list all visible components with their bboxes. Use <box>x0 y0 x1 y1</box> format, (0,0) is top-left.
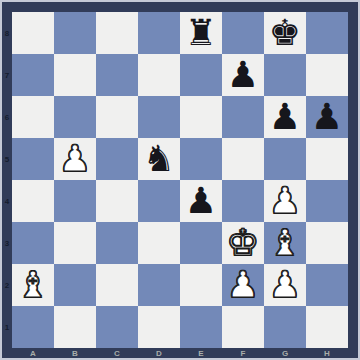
rank-label-2: 2 <box>2 264 12 306</box>
square-e5[interactable] <box>180 138 222 180</box>
rank-label-5: 5 <box>2 138 12 180</box>
square-e4[interactable]: ♟ <box>180 180 222 222</box>
file-label-g: G <box>264 348 306 358</box>
file-label-c: C <box>96 348 138 358</box>
square-h3[interactable] <box>306 222 348 264</box>
rank-label-1: 1 <box>2 306 12 348</box>
square-g8[interactable]: ♚ <box>264 12 306 54</box>
black-pawn: ♟ <box>227 54 259 96</box>
square-a8[interactable] <box>12 12 54 54</box>
square-a3[interactable] <box>12 222 54 264</box>
square-g2[interactable]: ♟ <box>264 264 306 306</box>
square-c1[interactable] <box>96 306 138 348</box>
square-g6[interactable]: ♟ <box>264 96 306 138</box>
square-b6[interactable] <box>54 96 96 138</box>
black-pawn: ♟ <box>185 180 217 222</box>
square-g4[interactable]: ♟ <box>264 180 306 222</box>
square-h2[interactable] <box>306 264 348 306</box>
square-f3[interactable]: ♚ <box>222 222 264 264</box>
square-e7[interactable] <box>180 54 222 96</box>
chess-board: ♜♚♟♟♟♟♞♟♟♚♝♝♟♟ <box>12 12 348 348</box>
white-king: ♚ <box>227 222 259 264</box>
black-rook: ♜ <box>185 12 217 54</box>
square-e8[interactable]: ♜ <box>180 12 222 54</box>
square-a5[interactable] <box>12 138 54 180</box>
square-g5[interactable] <box>264 138 306 180</box>
square-b5[interactable]: ♟ <box>54 138 96 180</box>
file-label-b: B <box>54 348 96 358</box>
square-b2[interactable] <box>54 264 96 306</box>
board-border: 87654321 ♜♚♟♟♟♟♞♟♟♚♝♝♟♟ ABCDEFGH <box>2 2 358 358</box>
square-a4[interactable] <box>12 180 54 222</box>
square-a1[interactable] <box>12 306 54 348</box>
square-a2[interactable]: ♝ <box>12 264 54 306</box>
rank-label-8: 8 <box>2 12 12 54</box>
square-b7[interactable] <box>54 54 96 96</box>
square-c4[interactable] <box>96 180 138 222</box>
square-e1[interactable] <box>180 306 222 348</box>
square-d2[interactable] <box>138 264 180 306</box>
file-coordinates: ABCDEFGH <box>12 348 348 358</box>
square-a6[interactable] <box>12 96 54 138</box>
square-f1[interactable] <box>222 306 264 348</box>
square-f4[interactable] <box>222 180 264 222</box>
square-h6[interactable]: ♟ <box>306 96 348 138</box>
square-c2[interactable] <box>96 264 138 306</box>
rank-label-4: 4 <box>2 180 12 222</box>
square-h4[interactable] <box>306 180 348 222</box>
square-b3[interactable] <box>54 222 96 264</box>
square-c6[interactable] <box>96 96 138 138</box>
file-label-e: E <box>180 348 222 358</box>
rank-coordinates: 87654321 <box>2 12 12 348</box>
square-b1[interactable] <box>54 306 96 348</box>
square-b4[interactable] <box>54 180 96 222</box>
black-knight: ♞ <box>143 138 175 180</box>
square-c8[interactable] <box>96 12 138 54</box>
square-e2[interactable] <box>180 264 222 306</box>
square-b8[interactable] <box>54 12 96 54</box>
black-pawn: ♟ <box>269 96 301 138</box>
rank-label-7: 7 <box>2 54 12 96</box>
square-f8[interactable] <box>222 12 264 54</box>
square-d3[interactable] <box>138 222 180 264</box>
file-label-f: F <box>222 348 264 358</box>
white-pawn: ♟ <box>227 264 259 306</box>
square-a7[interactable] <box>12 54 54 96</box>
white-bishop: ♝ <box>17 264 49 306</box>
square-d4[interactable] <box>138 180 180 222</box>
rank-label-6: 6 <box>2 96 12 138</box>
square-f7[interactable]: ♟ <box>222 54 264 96</box>
file-label-d: D <box>138 348 180 358</box>
square-e6[interactable] <box>180 96 222 138</box>
board-frame: 87654321 ♜♚♟♟♟♟♞♟♟♚♝♝♟♟ ABCDEFGH <box>0 0 360 360</box>
square-c5[interactable] <box>96 138 138 180</box>
rank-label-3: 3 <box>2 222 12 264</box>
white-bishop: ♝ <box>269 222 301 264</box>
square-d8[interactable] <box>138 12 180 54</box>
black-king: ♚ <box>269 12 301 54</box>
square-d1[interactable] <box>138 306 180 348</box>
square-d7[interactable] <box>138 54 180 96</box>
square-h1[interactable] <box>306 306 348 348</box>
white-pawn: ♟ <box>59 138 91 180</box>
square-h5[interactable] <box>306 138 348 180</box>
file-label-a: A <box>12 348 54 358</box>
white-pawn: ♟ <box>269 264 301 306</box>
file-label-h: H <box>306 348 348 358</box>
square-d6[interactable] <box>138 96 180 138</box>
square-c3[interactable] <box>96 222 138 264</box>
square-h8[interactable] <box>306 12 348 54</box>
square-e3[interactable] <box>180 222 222 264</box>
square-c7[interactable] <box>96 54 138 96</box>
square-g1[interactable] <box>264 306 306 348</box>
square-f2[interactable]: ♟ <box>222 264 264 306</box>
square-d5[interactable]: ♞ <box>138 138 180 180</box>
square-g7[interactable] <box>264 54 306 96</box>
white-pawn: ♟ <box>269 180 301 222</box>
square-h7[interactable] <box>306 54 348 96</box>
square-g3[interactable]: ♝ <box>264 222 306 264</box>
black-pawn: ♟ <box>311 96 343 138</box>
square-f5[interactable] <box>222 138 264 180</box>
square-f6[interactable] <box>222 96 264 138</box>
